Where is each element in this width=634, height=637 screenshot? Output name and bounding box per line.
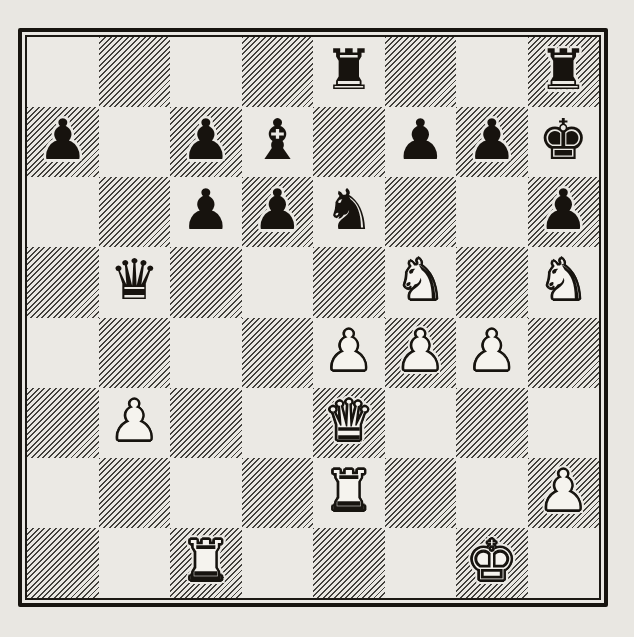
- board-frame: ♜♜♟♟♝♟♟♚♟♟♞♟♛♞♞♟♟♟♟♛♜♟♜♚: [18, 28, 608, 607]
- square-f8[interactable]: [385, 37, 457, 107]
- square-c7[interactable]: ♟: [170, 107, 242, 177]
- chess-board: ♜♜♟♟♝♟♟♚♟♟♞♟♛♞♞♟♟♟♟♛♜♟♜♚: [27, 37, 599, 598]
- square-c6[interactable]: ♟: [170, 177, 242, 247]
- square-a1[interactable]: [27, 528, 99, 598]
- black-pawn-c7[interactable]: ♟: [181, 112, 231, 172]
- black-pawn-a7[interactable]: ♟: [38, 112, 88, 172]
- white-knight-h5[interactable]: ♞: [538, 252, 588, 312]
- square-b6[interactable]: [99, 177, 171, 247]
- white-pawn-f4[interactable]: ♟: [395, 323, 445, 383]
- square-e5[interactable]: [313, 247, 385, 317]
- square-c5[interactable]: [170, 247, 242, 317]
- square-c2[interactable]: [170, 458, 242, 528]
- white-pawn-g4[interactable]: ♟: [467, 323, 517, 383]
- black-pawn-c6[interactable]: ♟: [181, 182, 231, 242]
- square-d4[interactable]: [242, 318, 314, 388]
- black-king-h7[interactable]: ♚: [538, 112, 588, 172]
- square-b2[interactable]: [99, 458, 171, 528]
- square-a8[interactable]: [27, 37, 99, 107]
- black-pawn-g7[interactable]: ♟: [467, 112, 517, 172]
- square-f1[interactable]: [385, 528, 457, 598]
- square-f2[interactable]: [385, 458, 457, 528]
- square-h5[interactable]: ♞: [528, 247, 600, 317]
- square-c3[interactable]: [170, 388, 242, 458]
- square-d1[interactable]: [242, 528, 314, 598]
- square-h8[interactable]: ♜: [528, 37, 600, 107]
- square-d5[interactable]: [242, 247, 314, 317]
- square-g4[interactable]: ♟: [456, 318, 528, 388]
- white-pawn-h2[interactable]: ♟: [538, 463, 588, 523]
- square-h1[interactable]: [528, 528, 600, 598]
- square-f5[interactable]: ♞: [385, 247, 457, 317]
- square-h4[interactable]: [528, 318, 600, 388]
- square-b3[interactable]: ♟: [99, 388, 171, 458]
- black-bishop-d7[interactable]: ♝: [252, 112, 302, 172]
- square-e1[interactable]: [313, 528, 385, 598]
- black-pawn-f7[interactable]: ♟: [395, 112, 445, 172]
- black-rook-e8[interactable]: ♜: [324, 42, 374, 102]
- board-inner-rule: ♜♜♟♟♝♟♟♚♟♟♞♟♛♞♞♟♟♟♟♛♜♟♜♚: [25, 35, 601, 600]
- square-d7[interactable]: ♝: [242, 107, 314, 177]
- black-queen-b5[interactable]: ♛: [109, 252, 159, 312]
- square-g3[interactable]: [456, 388, 528, 458]
- square-b1[interactable]: [99, 528, 171, 598]
- white-rook-e2[interactable]: ♜: [324, 463, 374, 523]
- white-pawn-b3[interactable]: ♟: [109, 393, 159, 453]
- square-a5[interactable]: [27, 247, 99, 317]
- white-queen-e3[interactable]: ♛: [324, 393, 374, 453]
- square-e3[interactable]: ♛: [313, 388, 385, 458]
- square-h3[interactable]: [528, 388, 600, 458]
- square-b7[interactable]: [99, 107, 171, 177]
- square-a6[interactable]: [27, 177, 99, 247]
- square-d8[interactable]: [242, 37, 314, 107]
- square-a7[interactable]: ♟: [27, 107, 99, 177]
- square-a4[interactable]: [27, 318, 99, 388]
- square-g8[interactable]: [456, 37, 528, 107]
- black-rook-h8[interactable]: ♜: [538, 42, 588, 102]
- square-d2[interactable]: [242, 458, 314, 528]
- square-h6[interactable]: ♟: [528, 177, 600, 247]
- square-c4[interactable]: [170, 318, 242, 388]
- white-king-g1[interactable]: ♚: [467, 533, 517, 593]
- white-pawn-e4[interactable]: ♟: [324, 323, 374, 383]
- square-f7[interactable]: ♟: [385, 107, 457, 177]
- square-h2[interactable]: ♟: [528, 458, 600, 528]
- square-g2[interactable]: [456, 458, 528, 528]
- black-pawn-d6[interactable]: ♟: [252, 182, 302, 242]
- square-d6[interactable]: ♟: [242, 177, 314, 247]
- square-c8[interactable]: [170, 37, 242, 107]
- square-e8[interactable]: ♜: [313, 37, 385, 107]
- square-c1[interactable]: ♜: [170, 528, 242, 598]
- square-h7[interactable]: ♚: [528, 107, 600, 177]
- square-g5[interactable]: [456, 247, 528, 317]
- square-a2[interactable]: [27, 458, 99, 528]
- white-rook-c1[interactable]: ♜: [181, 533, 231, 593]
- white-knight-f5[interactable]: ♞: [395, 252, 445, 312]
- square-d3[interactable]: [242, 388, 314, 458]
- square-b8[interactable]: [99, 37, 171, 107]
- square-g7[interactable]: ♟: [456, 107, 528, 177]
- square-e2[interactable]: ♜: [313, 458, 385, 528]
- square-f6[interactable]: [385, 177, 457, 247]
- square-g6[interactable]: [456, 177, 528, 247]
- square-e4[interactable]: ♟: [313, 318, 385, 388]
- square-f3[interactable]: [385, 388, 457, 458]
- square-f4[interactable]: ♟: [385, 318, 457, 388]
- square-g1[interactable]: ♚: [456, 528, 528, 598]
- black-knight-e6[interactable]: ♞: [324, 182, 374, 242]
- square-b4[interactable]: [99, 318, 171, 388]
- square-b5[interactable]: ♛: [99, 247, 171, 317]
- black-pawn-h6[interactable]: ♟: [538, 182, 588, 242]
- square-a3[interactable]: [27, 388, 99, 458]
- square-e6[interactable]: ♞: [313, 177, 385, 247]
- square-e7[interactable]: [313, 107, 385, 177]
